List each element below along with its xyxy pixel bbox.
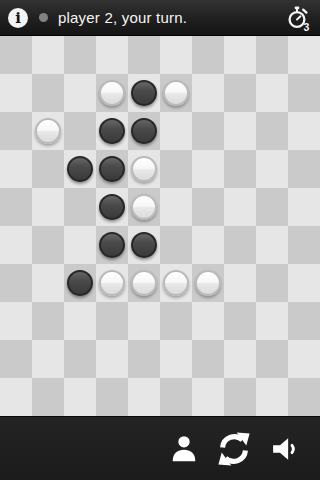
black-disc: [131, 118, 157, 144]
board-cell[interactable]: [32, 302, 64, 340]
board-cell[interactable]: [64, 264, 96, 302]
sound-button[interactable]: [270, 434, 300, 464]
board-cell[interactable]: [0, 150, 32, 188]
board-cell[interactable]: [160, 36, 192, 74]
players-button[interactable]: [170, 434, 198, 464]
black-disc: [67, 270, 93, 296]
white-disc: [99, 80, 125, 106]
board-cell[interactable]: [288, 340, 320, 378]
board-cell[interactable]: [64, 188, 96, 226]
board-cell[interactable]: [160, 378, 192, 416]
board-cell[interactable]: [32, 150, 64, 188]
board-cell[interactable]: [160, 188, 192, 226]
board-cell[interactable]: [192, 302, 224, 340]
board-cell[interactable]: [64, 378, 96, 416]
board-cell[interactable]: [64, 150, 96, 188]
board-cell[interactable]: [64, 112, 96, 150]
board-cell[interactable]: [64, 74, 96, 112]
toolbar: [0, 416, 320, 480]
board-cell[interactable]: [256, 150, 288, 188]
board-cell[interactable]: [32, 340, 64, 378]
black-disc: [131, 232, 157, 258]
board-cell[interactable]: [96, 340, 128, 378]
black-disc: [99, 156, 125, 182]
board-cell[interactable]: [160, 226, 192, 264]
board-cell[interactable]: [224, 150, 256, 188]
board-cell[interactable]: [96, 302, 128, 340]
board-cell[interactable]: [96, 74, 128, 112]
board-cell[interactable]: [256, 264, 288, 302]
black-disc: [131, 80, 157, 106]
board-cell[interactable]: [96, 226, 128, 264]
board-cell[interactable]: [192, 188, 224, 226]
board-cell[interactable]: [96, 264, 128, 302]
board-cell[interactable]: [256, 302, 288, 340]
board-cell[interactable]: [32, 378, 64, 416]
board-cell[interactable]: [256, 340, 288, 378]
board-cell[interactable]: [0, 74, 32, 112]
board-cell[interactable]: [128, 36, 160, 74]
board-cell[interactable]: [0, 112, 32, 150]
board-cell[interactable]: [256, 112, 288, 150]
board-cell[interactable]: [0, 36, 32, 74]
white-disc: [131, 156, 157, 182]
board-cell[interactable]: [128, 112, 160, 150]
board-cell[interactable]: [160, 112, 192, 150]
white-disc: [195, 270, 221, 296]
board-cell[interactable]: [128, 264, 160, 302]
board-cell[interactable]: [192, 112, 224, 150]
board-cell[interactable]: [32, 112, 64, 150]
board-cell[interactable]: [128, 74, 160, 112]
board-cell[interactable]: [128, 150, 160, 188]
board-cell[interactable]: [192, 264, 224, 302]
game-app: i player 2, your turn. 3: [0, 0, 320, 480]
sync-icon: [215, 431, 253, 467]
board-cell[interactable]: [192, 150, 224, 188]
board-cell[interactable]: [192, 226, 224, 264]
board-cell[interactable]: [160, 340, 192, 378]
board-cell[interactable]: [224, 188, 256, 226]
board-cell[interactable]: [64, 340, 96, 378]
board-cell[interactable]: [64, 36, 96, 74]
board-cell[interactable]: [288, 378, 320, 416]
board-cell[interactable]: [128, 226, 160, 264]
board-cell[interactable]: [288, 74, 320, 112]
board-cell[interactable]: [224, 264, 256, 302]
board-cell[interactable]: [256, 74, 288, 112]
board-cell[interactable]: [96, 112, 128, 150]
board-cell[interactable]: [0, 264, 32, 302]
board-cell[interactable]: [288, 264, 320, 302]
board-cell[interactable]: [0, 378, 32, 416]
info-icon[interactable]: i: [8, 8, 28, 28]
board-cell[interactable]: [128, 188, 160, 226]
board-cell[interactable]: [32, 188, 64, 226]
board-cell[interactable]: [192, 74, 224, 112]
speaker-icon: [270, 434, 300, 464]
board-cell[interactable]: [96, 378, 128, 416]
board-cell[interactable]: [32, 36, 64, 74]
board-cell[interactable]: [224, 378, 256, 416]
board-cell[interactable]: [224, 74, 256, 112]
board-cell[interactable]: [128, 340, 160, 378]
game-board: [0, 36, 320, 416]
board-cell[interactable]: [0, 302, 32, 340]
board-cell[interactable]: [192, 340, 224, 378]
board-cell[interactable]: [256, 226, 288, 264]
turn-indicator-dot: [39, 13, 48, 22]
board-cell[interactable]: [128, 302, 160, 340]
board-cell[interactable]: [0, 340, 32, 378]
restart-button[interactable]: [215, 431, 253, 467]
board-cell[interactable]: [160, 302, 192, 340]
board-cell[interactable]: [288, 188, 320, 226]
board-cell[interactable]: [64, 302, 96, 340]
board-cell[interactable]: [256, 188, 288, 226]
board-cell[interactable]: [224, 36, 256, 74]
board-cell[interactable]: [288, 226, 320, 264]
board-cell[interactable]: [96, 36, 128, 74]
white-disc: [131, 194, 157, 220]
white-disc: [35, 118, 61, 144]
board-cell[interactable]: [288, 302, 320, 340]
board-cell[interactable]: [192, 36, 224, 74]
stopwatch-icon: 3: [286, 4, 312, 32]
timer-icon[interactable]: 3: [286, 4, 312, 32]
svg-text:3: 3: [304, 21, 310, 32]
status-bar: i player 2, your turn. 3: [0, 0, 320, 36]
board-cell[interactable]: [96, 150, 128, 188]
white-disc: [131, 270, 157, 296]
black-disc: [67, 156, 93, 182]
board-cell[interactable]: [288, 150, 320, 188]
board-cell[interactable]: [224, 302, 256, 340]
board-cell[interactable]: [224, 112, 256, 150]
black-disc: [99, 194, 125, 220]
board-cell[interactable]: [160, 264, 192, 302]
board-cell[interactable]: [96, 188, 128, 226]
black-disc: [99, 118, 125, 144]
board-cell[interactable]: [256, 378, 288, 416]
board-cell[interactable]: [160, 74, 192, 112]
board-cell[interactable]: [224, 340, 256, 378]
black-disc: [99, 232, 125, 258]
status-text: player 2, your turn.: [58, 9, 187, 26]
board-cell[interactable]: [224, 226, 256, 264]
board-cell[interactable]: [32, 74, 64, 112]
board-cell[interactable]: [192, 378, 224, 416]
board-cell[interactable]: [160, 150, 192, 188]
board-cell[interactable]: [32, 226, 64, 264]
board-cell[interactable]: [32, 264, 64, 302]
person-icon: [170, 434, 198, 464]
white-disc: [163, 80, 189, 106]
white-disc: [163, 270, 189, 296]
board-cell[interactable]: [0, 226, 32, 264]
board-cell[interactable]: [256, 36, 288, 74]
white-disc: [99, 270, 125, 296]
board-cell[interactable]: [288, 112, 320, 150]
board-cell[interactable]: [288, 36, 320, 74]
board-cell[interactable]: [128, 378, 160, 416]
board-cell[interactable]: [64, 226, 96, 264]
board-cell[interactable]: [0, 188, 32, 226]
